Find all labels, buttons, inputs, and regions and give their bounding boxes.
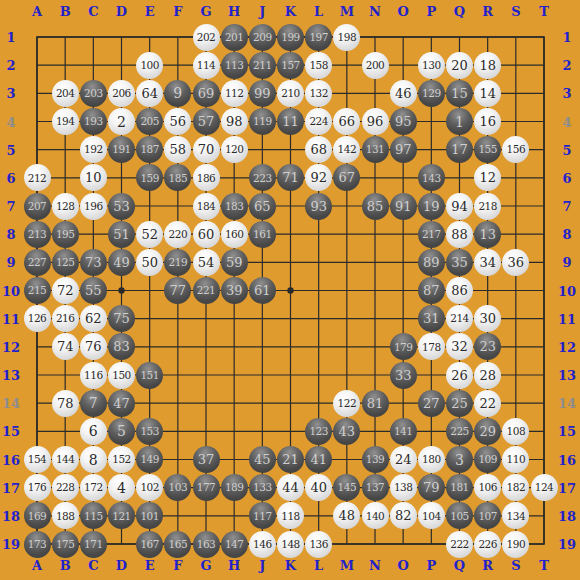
col-label-top-P: P [426,4,436,19]
stone-D16-white: 152 [108,446,135,473]
stone-S15-white: 108 [502,418,529,445]
stone-N14-black: 81 [362,390,389,417]
row-label-left-15: 15 [2,424,20,439]
stone-E15-black: 153 [136,418,163,445]
stone-H17-black: 189 [221,474,248,501]
stone-D14-black: 47 [108,390,135,417]
stone-T17-white: 124 [531,474,558,501]
col-label-bottom-D: D [116,558,127,573]
stone-E16-black: 149 [136,446,163,473]
stone-Q13-white: 26 [446,362,473,389]
col-label-top-G: G [200,4,211,19]
row-label-left-17: 17 [2,480,20,495]
row-label-right-10: 10 [558,283,576,298]
stone-E3-white: 64 [136,80,163,107]
stone-H2-black: 113 [221,52,248,79]
stone-O3-white: 46 [390,80,417,107]
stone-O16-white: 24 [390,446,417,473]
stone-M1-white: 198 [333,24,360,51]
row-label-left-14: 14 [2,396,20,411]
stone-Q5-black: 17 [446,136,473,163]
stone-A9-black: 227 [24,249,51,276]
stone-N17-black: 137 [362,474,389,501]
stone-H3-white: 112 [221,80,248,107]
stone-A10-black: 215 [24,277,51,304]
stone-G7-white: 184 [193,193,220,220]
stone-D11-black: 75 [108,305,135,332]
row-label-right-9: 9 [562,255,571,270]
col-label-top-B: B [60,4,71,19]
stone-P3-black: 129 [418,80,445,107]
stone-G9-white: 54 [193,249,220,276]
stone-B14-white: 78 [52,390,79,417]
stone-R15-black: 29 [474,418,501,445]
stone-J1-black: 209 [249,24,276,51]
stone-C19-black: 171 [80,531,107,558]
stone-F9-black: 219 [164,249,191,276]
row-label-left-2: 2 [6,58,15,73]
stone-H7-black: 183 [221,193,248,220]
stone-H9-black: 59 [221,249,248,276]
col-label-bottom-S: S [511,558,520,573]
stone-C18-black: 115 [80,502,107,529]
stone-O4-black: 95 [390,108,417,135]
stone-C10-black: 55 [80,277,107,304]
stone-P11-black: 31 [418,305,445,332]
row-label-right-17: 17 [558,480,576,495]
col-label-bottom-A: A [32,558,42,573]
stone-Q3-black: 15 [446,80,473,107]
stone-P7-black: 19 [418,193,445,220]
stone-F8-white: 220 [164,221,191,248]
stone-L16-black: 41 [305,446,332,473]
stone-D8-black: 51 [108,221,135,248]
stone-C16-white: 8 [80,446,107,473]
stone-C6-white: 10 [80,164,107,191]
stone-R13-white: 28 [474,362,501,389]
stone-E9-white: 50 [136,249,163,276]
col-label-top-K: K [285,4,296,19]
stone-K17-white: 44 [277,474,304,501]
stone-G8-white: 60 [193,221,220,248]
row-label-left-5: 5 [6,142,15,157]
stone-C4-black: 193 [80,108,107,135]
col-label-top-A: A [32,4,42,19]
col-label-top-O: O [397,4,408,19]
stone-H5-white: 120 [221,136,248,163]
stone-R9-white: 34 [474,249,501,276]
stone-B8-black: 195 [52,221,79,248]
stone-Q9-black: 35 [446,249,473,276]
stone-A19-black: 173 [24,531,51,558]
row-label-right-19: 19 [558,537,576,552]
row-label-left-12: 12 [2,339,20,354]
col-label-bottom-H: H [228,558,240,573]
col-label-top-J: J [259,4,265,19]
go-board[interactable]: AABBCCDDEEFFGGHHJJKKLLMMNNOOPPQQRRSSTT11… [0,0,580,580]
stone-G1-white: 202 [193,24,220,51]
stone-O13-black: 33 [390,362,417,389]
stone-B19-black: 175 [52,531,79,558]
stone-J6-black: 223 [249,164,276,191]
col-label-top-E: E [145,4,155,19]
row-label-right-3: 3 [562,86,571,101]
stone-K19-white: 148 [277,531,304,558]
row-label-right-15: 15 [558,424,576,439]
col-label-bottom-B: B [60,558,71,573]
stone-Q10-white: 86 [446,277,473,304]
col-label-bottom-R: R [482,558,493,573]
stone-J4-black: 119 [249,108,276,135]
stone-C14-black: 7 [80,390,107,417]
stone-N18-white: 140 [362,502,389,529]
col-label-bottom-M: M [340,558,354,573]
row-label-left-19: 19 [2,537,20,552]
stone-R7-white: 218 [474,193,501,220]
stone-B7-white: 128 [52,193,79,220]
stone-L3-white: 132 [305,80,332,107]
stone-E13-black: 151 [136,362,163,389]
stone-R2-white: 18 [474,52,501,79]
col-label-bottom-P: P [426,558,436,573]
stone-D9-black: 49 [108,249,135,276]
row-label-right-7: 7 [562,199,571,214]
col-label-top-N: N [369,4,381,19]
stone-Q8-white: 88 [446,221,473,248]
stone-R8-black: 13 [474,221,501,248]
stone-A11-white: 126 [24,305,51,332]
stone-Q4-black: 1 [446,108,473,135]
stone-O7-black: 91 [390,193,417,220]
stone-G4-black: 57 [193,108,220,135]
stone-J7-black: 65 [249,193,276,220]
row-label-right-1: 1 [562,30,571,45]
stone-O17-white: 138 [390,474,417,501]
col-label-top-T: T [539,4,549,19]
stone-R19-white: 226 [474,531,501,558]
stone-D4-white: 2 [108,108,135,135]
stone-Q7-white: 94 [446,193,473,220]
col-label-top-Q: Q [454,4,465,19]
col-label-bottom-E: E [145,558,155,573]
col-label-top-M: M [340,4,354,19]
stone-S9-white: 36 [502,249,529,276]
stone-G2-white: 114 [193,52,220,79]
stone-O15-black: 141 [390,418,417,445]
stone-H8-white: 160 [221,221,248,248]
col-label-top-H: H [228,4,240,19]
stone-G16-black: 37 [193,446,220,473]
stone-J2-black: 211 [249,52,276,79]
stone-C12-white: 76 [80,333,107,360]
stone-P9-black: 89 [418,249,445,276]
stone-D17-white: 4 [108,474,135,501]
stone-N4-white: 96 [362,108,389,135]
stone-P16-white: 180 [418,446,445,473]
stone-E8-white: 52 [136,221,163,248]
stone-F3-black: 9 [164,80,191,107]
stone-D3-white: 206 [108,80,135,107]
row-label-left-18: 18 [2,508,20,523]
stone-C3-black: 203 [80,80,107,107]
stone-D15-black: 5 [108,418,135,445]
stone-G5-white: 70 [193,136,220,163]
row-label-left-7: 7 [6,199,15,214]
stone-O5-black: 97 [390,136,417,163]
stone-M14-white: 122 [333,390,360,417]
stone-A7-black: 207 [24,193,51,220]
col-label-top-F: F [173,4,182,19]
col-label-bottom-T: T [539,558,549,573]
row-label-right-12: 12 [558,339,576,354]
stone-F19-black: 165 [164,531,191,558]
stone-P12-white: 178 [418,333,445,360]
col-label-bottom-J: J [259,558,265,573]
stone-N5-black: 131 [362,136,389,163]
col-label-bottom-F: F [173,558,182,573]
stone-L19-white: 136 [305,531,332,558]
stone-Q14-black: 25 [446,390,473,417]
stone-Q11-white: 214 [446,305,473,332]
stone-P14-black: 27 [418,390,445,417]
stone-N16-black: 139 [362,446,389,473]
stone-K2-black: 157 [277,52,304,79]
stone-K4-black: 11 [277,108,304,135]
stone-P10-black: 87 [418,277,445,304]
stone-B16-white: 144 [52,446,79,473]
stone-H1-black: 201 [221,24,248,51]
stone-C11-white: 62 [80,305,107,332]
stone-L15-black: 123 [305,418,332,445]
stone-B10-white: 72 [52,277,79,304]
stone-G10-black: 221 [193,277,220,304]
row-label-right-13: 13 [558,368,576,383]
col-label-bottom-K: K [285,558,296,573]
stone-Q16-black: 3 [446,446,473,473]
stone-A18-black: 169 [24,502,51,529]
stone-P17-black: 79 [418,474,445,501]
col-label-bottom-Q: Q [454,558,465,573]
stone-P2-white: 130 [418,52,445,79]
row-label-left-6: 6 [6,170,15,185]
col-label-top-R: R [482,4,493,19]
stone-G19-black: 163 [193,531,220,558]
stone-G17-black: 177 [193,474,220,501]
row-label-left-3: 3 [6,86,15,101]
row-label-left-10: 10 [2,283,20,298]
row-label-left-11: 11 [2,311,20,326]
row-label-left-4: 4 [6,114,15,129]
stone-A16-white: 154 [24,446,51,473]
stone-J16-black: 45 [249,446,276,473]
stone-C13-white: 116 [80,362,107,389]
row-label-right-16: 16 [558,452,576,467]
stone-O18-white: 82 [390,502,417,529]
stone-C9-black: 73 [80,249,107,276]
stone-L2-white: 158 [305,52,332,79]
stone-G6-white: 186 [193,164,220,191]
stone-R16-black: 109 [474,446,501,473]
stone-J17-black: 133 [249,474,276,501]
stone-E2-white: 100 [136,52,163,79]
row-label-right-4: 4 [562,114,571,129]
stone-B4-white: 194 [52,108,79,135]
row-label-right-5: 5 [562,142,571,157]
stone-N7-black: 85 [362,193,389,220]
stone-E4-black: 205 [136,108,163,135]
stone-R3-white: 14 [474,80,501,107]
stone-P8-black: 217 [418,221,445,248]
row-label-right-8: 8 [562,227,571,242]
stone-B17-white: 228 [52,474,79,501]
col-label-top-L: L [314,4,323,19]
col-label-top-D: D [116,4,127,19]
col-label-top-C: C [88,4,98,19]
stone-K16-black: 21 [277,446,304,473]
star-point-D10 [118,287,124,293]
stone-D7-black: 53 [108,193,135,220]
stone-L7-black: 93 [305,193,332,220]
stone-L1-black: 197 [305,24,332,51]
row-label-left-9: 9 [6,255,15,270]
stone-R14-white: 22 [474,390,501,417]
row-label-right-6: 6 [562,170,571,185]
stone-N2-white: 200 [362,52,389,79]
row-label-left-8: 8 [6,227,15,242]
stone-H10-black: 39 [221,277,248,304]
col-label-bottom-C: C [88,558,98,573]
row-label-right-11: 11 [558,311,576,326]
stone-K3-white: 210 [277,80,304,107]
stone-J3-black: 99 [249,80,276,107]
stone-C15-white: 6 [80,418,107,445]
stone-Q15-black: 225 [446,418,473,445]
star-point-K10 [287,287,293,293]
stone-Q2-white: 20 [446,52,473,79]
stone-H4-white: 98 [221,108,248,135]
stone-C7-white: 196 [80,193,107,220]
stone-J8-black: 161 [249,221,276,248]
stone-E19-black: 167 [136,531,163,558]
stone-S19-white: 190 [502,531,529,558]
stone-A6-white: 212 [24,164,51,191]
row-label-left-13: 13 [2,368,20,383]
col-label-top-S: S [511,4,520,19]
stone-B12-white: 74 [52,333,79,360]
stone-B3-white: 204 [52,80,79,107]
col-label-bottom-N: N [369,558,381,573]
row-label-right-2: 2 [562,58,571,73]
stone-C17-white: 172 [80,474,107,501]
stone-Q17-black: 181 [446,474,473,501]
row-label-left-16: 16 [2,452,20,467]
stone-J19-white: 146 [249,531,276,558]
stone-P6-black: 143 [418,164,445,191]
row-label-left-1: 1 [6,30,15,45]
stone-B18-white: 188 [52,502,79,529]
stone-D13-white: 150 [108,362,135,389]
stone-O12-black: 179 [390,333,417,360]
col-label-bottom-O: O [397,558,408,573]
stone-A17-white: 176 [24,474,51,501]
stone-Q19-white: 222 [446,531,473,558]
stone-D5-black: 191 [108,136,135,163]
stone-A8-black: 213 [24,221,51,248]
stone-G3-black: 69 [193,80,220,107]
stone-B9-black: 125 [52,249,79,276]
col-label-bottom-L: L [314,558,323,573]
stone-R4-white: 16 [474,108,501,135]
stone-P18-white: 104 [418,502,445,529]
stone-B11-white: 216 [52,305,79,332]
stone-L4-white: 224 [305,108,332,135]
stone-M15-black: 43 [333,418,360,445]
col-label-bottom-G: G [200,558,211,573]
stone-J18-black: 117 [249,502,276,529]
row-label-right-18: 18 [558,508,576,523]
stone-J10-black: 61 [249,277,276,304]
row-label-right-14: 14 [558,396,576,411]
stone-H19-black: 147 [221,531,248,558]
stone-K1-black: 199 [277,24,304,51]
stone-C5-white: 192 [80,136,107,163]
